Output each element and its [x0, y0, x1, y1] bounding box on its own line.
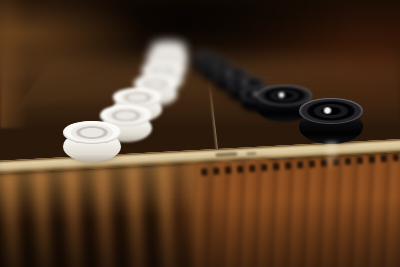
piece-white-a1	[63, 121, 121, 162]
specular-highlight	[322, 107, 333, 114]
piece-reflection	[326, 142, 338, 170]
piece-black-g2	[299, 98, 363, 144]
checkers-photo	[0, 0, 400, 267]
specular-highlight	[277, 92, 286, 98]
